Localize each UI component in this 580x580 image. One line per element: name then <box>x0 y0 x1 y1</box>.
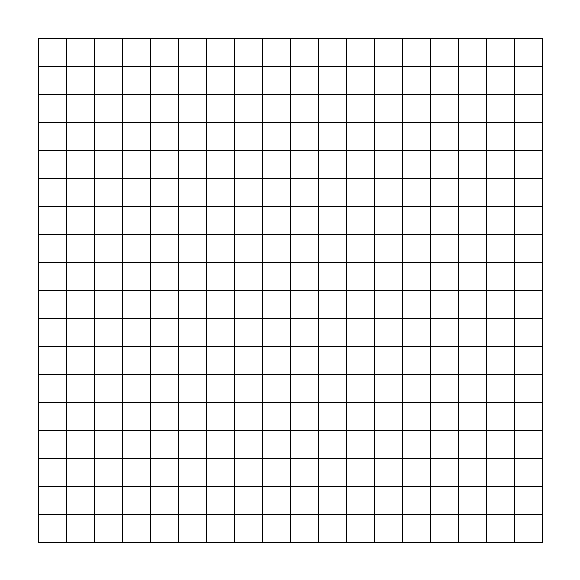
stones-layer <box>0 0 580 580</box>
go-board[interactable] <box>0 0 580 580</box>
